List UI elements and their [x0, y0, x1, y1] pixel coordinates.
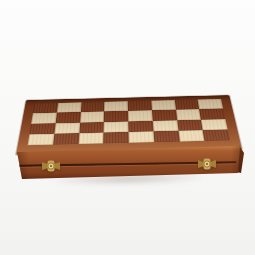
- board-square: [199, 109, 225, 120]
- board-square: [80, 112, 105, 123]
- board-square: [153, 131, 179, 143]
- board-square: [53, 133, 79, 145]
- board-square: [176, 109, 201, 120]
- brass-latch-right: [197, 157, 217, 171]
- latch-wing-icon: [42, 162, 48, 170]
- board-square: [103, 132, 128, 144]
- board-square: [104, 101, 128, 111]
- board-square: [57, 102, 81, 112]
- board-square: [151, 100, 175, 110]
- board-square: [104, 121, 129, 132]
- board-square: [128, 121, 153, 132]
- brass-latch-left: [41, 159, 61, 173]
- board-square: [198, 99, 223, 109]
- chess-box-product-photo: [0, 0, 255, 255]
- board-square: [178, 130, 205, 142]
- latch-wing-icon: [210, 160, 216, 168]
- board-square: [203, 129, 230, 141]
- board-square: [33, 103, 58, 113]
- board-square: [128, 101, 152, 111]
- board-square: [174, 99, 199, 109]
- latch-wing-icon: [198, 160, 204, 168]
- board-square: [31, 113, 56, 124]
- board-square: [78, 132, 104, 144]
- board-square: [29, 123, 55, 134]
- board-square: [80, 102, 104, 112]
- board-square: [54, 122, 80, 133]
- board-square: [128, 110, 153, 121]
- box-lid-top: [16, 95, 242, 155]
- board-square: [152, 110, 177, 121]
- board-square: [177, 119, 203, 130]
- board-square: [129, 131, 155, 143]
- board-square: [79, 122, 104, 133]
- board-square: [55, 112, 80, 123]
- board-square: [28, 134, 55, 146]
- checkerboard-inlay: [28, 99, 230, 145]
- board-square: [201, 119, 228, 130]
- latch-wing-icon: [54, 162, 60, 170]
- board-square: [153, 120, 179, 131]
- board-square: [104, 111, 128, 122]
